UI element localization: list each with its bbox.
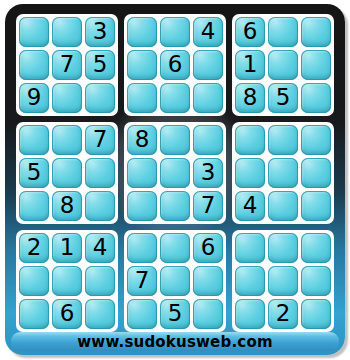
cell-r2c4[interactable]: [127, 50, 157, 80]
cell-r7c7[interactable]: [235, 233, 265, 263]
cell-r9c7[interactable]: [235, 299, 265, 329]
cell-r4c3[interactable]: 7: [85, 125, 115, 155]
cell-r7c8[interactable]: [268, 233, 298, 263]
cell-r1c8[interactable]: [268, 17, 298, 47]
cell-r7c1[interactable]: 2: [19, 233, 49, 263]
given-digit: 7: [93, 128, 108, 151]
cell-r6c4[interactable]: [127, 191, 157, 221]
cell-r4c4[interactable]: 8: [127, 125, 157, 155]
box-2-2: 837: [124, 122, 226, 224]
cell-r3c5[interactable]: [160, 83, 190, 113]
cell-r5c2[interactable]: [52, 158, 82, 188]
cell-r5c9[interactable]: [301, 158, 331, 188]
cell-r5c4[interactable]: [127, 158, 157, 188]
given-digit: 5: [276, 86, 291, 109]
cell-r4c6[interactable]: [193, 125, 223, 155]
cell-r2c7[interactable]: 1: [235, 50, 265, 80]
cell-r7c9[interactable]: [301, 233, 331, 263]
given-digit: 8: [135, 128, 150, 151]
cell-r7c2[interactable]: 1: [52, 233, 82, 263]
cell-r3c3[interactable]: [85, 83, 115, 113]
cell-r5c1[interactable]: 5: [19, 158, 49, 188]
given-digit: 5: [168, 302, 183, 325]
cell-r5c5[interactable]: [160, 158, 190, 188]
given-digit: 1: [60, 236, 75, 259]
given-digit: 4: [243, 194, 258, 217]
cell-r1c3[interactable]: 3: [85, 17, 115, 47]
cell-r4c8[interactable]: [268, 125, 298, 155]
box-3-3: 2: [232, 230, 334, 332]
given-digit: 6: [168, 53, 183, 76]
cell-r8c8[interactable]: [268, 266, 298, 296]
cell-r1c4[interactable]: [127, 17, 157, 47]
cell-r7c5[interactable]: [160, 233, 190, 263]
cell-r1c9[interactable]: [301, 17, 331, 47]
box-2-1: 758: [16, 122, 118, 224]
cell-r4c2[interactable]: [52, 125, 82, 155]
cell-r1c6[interactable]: 4: [193, 17, 223, 47]
cell-r9c2[interactable]: 6: [52, 299, 82, 329]
cell-r9c8[interactable]: 2: [268, 299, 298, 329]
cell-r5c6[interactable]: 3: [193, 158, 223, 188]
cell-r3c8[interactable]: 5: [268, 83, 298, 113]
cell-r7c6[interactable]: 6: [193, 233, 223, 263]
cell-r2c1[interactable]: [19, 50, 49, 80]
given-digit: 4: [93, 236, 108, 259]
cell-r6c5[interactable]: [160, 191, 190, 221]
cell-r8c3[interactable]: [85, 266, 115, 296]
cell-r6c3[interactable]: [85, 191, 115, 221]
given-digit: 3: [93, 20, 108, 43]
given-digit: 7: [60, 53, 75, 76]
cell-r8c4[interactable]: 7: [127, 266, 157, 296]
box-2-3: 4: [232, 122, 334, 224]
cell-r9c3[interactable]: [85, 299, 115, 329]
given-digit: 5: [27, 161, 42, 184]
cell-r2c3[interactable]: 5: [85, 50, 115, 80]
cell-r9c6[interactable]: [193, 299, 223, 329]
given-digit: 7: [135, 269, 150, 292]
sudoku-board: 3759466185758837421466752 www.sudokusweb…: [5, 4, 345, 355]
cell-r9c1[interactable]: [19, 299, 49, 329]
cell-r8c5[interactable]: [160, 266, 190, 296]
cell-r2c6[interactable]: [193, 50, 223, 80]
cell-r4c9[interactable]: [301, 125, 331, 155]
cell-r6c8[interactable]: [268, 191, 298, 221]
cell-r8c9[interactable]: [301, 266, 331, 296]
given-digit: 8: [60, 194, 75, 217]
cell-r5c3[interactable]: [85, 158, 115, 188]
cell-r6c7[interactable]: 4: [235, 191, 265, 221]
cell-r6c1[interactable]: [19, 191, 49, 221]
cell-r3c9[interactable]: [301, 83, 331, 113]
box-1-1: 3759: [16, 14, 118, 116]
cell-r4c1[interactable]: [19, 125, 49, 155]
cell-r8c1[interactable]: [19, 266, 49, 296]
given-digit: 5: [93, 53, 108, 76]
cell-r1c7[interactable]: 6: [235, 17, 265, 47]
cell-r9c4[interactable]: [127, 299, 157, 329]
cell-r5c8[interactable]: [268, 158, 298, 188]
cell-r8c7[interactable]: [235, 266, 265, 296]
box-1-2: 46: [124, 14, 226, 116]
cell-r8c6[interactable]: [193, 266, 223, 296]
given-digit: 3: [201, 161, 216, 184]
cell-r6c9[interactable]: [301, 191, 331, 221]
given-digit: 7: [201, 194, 216, 217]
cell-r6c2[interactable]: 8: [52, 191, 82, 221]
cell-r2c8[interactable]: [268, 50, 298, 80]
given-digit: 1: [243, 53, 258, 76]
cell-r2c9[interactable]: [301, 50, 331, 80]
given-digit: 6: [60, 302, 75, 325]
cell-r3c1[interactable]: 9: [19, 83, 49, 113]
cell-r2c2[interactable]: 7: [52, 50, 82, 80]
sudoku-grid: 3759466185758837421466752: [16, 14, 334, 332]
given-digit: 6: [243, 20, 258, 43]
cell-r7c4[interactable]: [127, 233, 157, 263]
given-digit: 2: [276, 302, 291, 325]
cell-r1c1[interactable]: [19, 17, 49, 47]
cell-r3c2[interactable]: [52, 83, 82, 113]
box-3-1: 2146: [16, 230, 118, 332]
box-1-3: 6185: [232, 14, 334, 116]
given-digit: 6: [201, 236, 216, 259]
cell-r1c2[interactable]: [52, 17, 82, 47]
footer-bar: www.sudokusweb.com: [11, 332, 339, 351]
cell-r5c7[interactable]: [235, 158, 265, 188]
cell-r1c5[interactable]: [160, 17, 190, 47]
given-digit: 8: [243, 86, 258, 109]
cell-r4c7[interactable]: [235, 125, 265, 155]
box-3-2: 675: [124, 230, 226, 332]
website-url: www.sudokusweb.com: [77, 333, 272, 351]
cell-r3c7[interactable]: 8: [235, 83, 265, 113]
cell-r3c4[interactable]: [127, 83, 157, 113]
cell-r3c6[interactable]: [193, 83, 223, 113]
cell-r7c3[interactable]: 4: [85, 233, 115, 263]
cell-r9c5[interactable]: 5: [160, 299, 190, 329]
cell-r6c6[interactable]: 7: [193, 191, 223, 221]
given-digit: 2: [27, 236, 42, 259]
cell-r4c5[interactable]: [160, 125, 190, 155]
cell-r8c2[interactable]: [52, 266, 82, 296]
cell-r9c9[interactable]: [301, 299, 331, 329]
given-digit: 4: [201, 20, 216, 43]
given-digit: 9: [27, 86, 42, 109]
cell-r2c5[interactable]: 6: [160, 50, 190, 80]
